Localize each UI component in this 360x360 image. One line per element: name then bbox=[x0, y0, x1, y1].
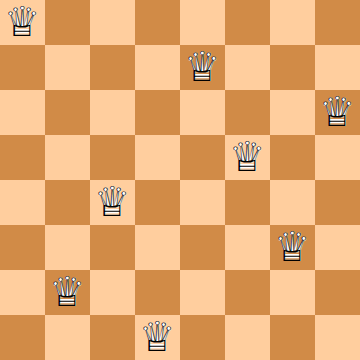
square-h7[interactable] bbox=[315, 45, 360, 90]
square-a1[interactable] bbox=[0, 315, 45, 360]
square-f2[interactable] bbox=[225, 270, 270, 315]
white-queen-outline-glyph: ♕ bbox=[135, 315, 180, 360]
square-d4[interactable] bbox=[135, 180, 180, 225]
square-c1[interactable] bbox=[90, 315, 135, 360]
square-g1[interactable] bbox=[270, 315, 315, 360]
square-h1[interactable] bbox=[315, 315, 360, 360]
square-b3[interactable] bbox=[45, 225, 90, 270]
square-g4[interactable] bbox=[270, 180, 315, 225]
square-b7[interactable] bbox=[45, 45, 90, 90]
square-e4[interactable] bbox=[180, 180, 225, 225]
white-queen-outline-glyph: ♕ bbox=[225, 135, 270, 180]
white-queen-outline-glyph: ♕ bbox=[90, 180, 135, 225]
square-c8[interactable] bbox=[90, 0, 135, 45]
white-queen[interactable]: ♛♕ bbox=[45, 270, 90, 315]
square-d5[interactable] bbox=[135, 135, 180, 180]
white-queen[interactable]: ♛♕ bbox=[180, 45, 225, 90]
square-g8[interactable] bbox=[270, 0, 315, 45]
square-g7[interactable] bbox=[270, 45, 315, 90]
square-f8[interactable] bbox=[225, 0, 270, 45]
square-e5[interactable] bbox=[180, 135, 225, 180]
square-b8[interactable] bbox=[45, 0, 90, 45]
square-h5[interactable] bbox=[315, 135, 360, 180]
square-h3[interactable] bbox=[315, 225, 360, 270]
square-c7[interactable] bbox=[90, 45, 135, 90]
square-b5[interactable] bbox=[45, 135, 90, 180]
square-g6[interactable] bbox=[270, 90, 315, 135]
square-e3[interactable] bbox=[180, 225, 225, 270]
square-d3[interactable] bbox=[135, 225, 180, 270]
square-b2[interactable]: ♛♕ bbox=[45, 270, 90, 315]
chess-board: ♛♕♛♕♛♕♛♕♛♕♛♕♛♕♛♕ bbox=[0, 0, 360, 360]
white-queen[interactable]: ♛♕ bbox=[0, 0, 45, 45]
white-queen-outline-glyph: ♕ bbox=[270, 225, 315, 270]
white-queen-outline-glyph: ♕ bbox=[0, 0, 45, 45]
square-e2[interactable] bbox=[180, 270, 225, 315]
square-h8[interactable] bbox=[315, 0, 360, 45]
white-queen-outline-glyph: ♕ bbox=[315, 90, 360, 135]
square-f4[interactable] bbox=[225, 180, 270, 225]
square-g2[interactable] bbox=[270, 270, 315, 315]
square-f5[interactable]: ♛♕ bbox=[225, 135, 270, 180]
square-d8[interactable] bbox=[135, 0, 180, 45]
square-d2[interactable] bbox=[135, 270, 180, 315]
white-queen[interactable]: ♛♕ bbox=[315, 90, 360, 135]
square-h6[interactable]: ♛♕ bbox=[315, 90, 360, 135]
square-a5[interactable] bbox=[0, 135, 45, 180]
square-a3[interactable] bbox=[0, 225, 45, 270]
white-queen[interactable]: ♛♕ bbox=[135, 315, 180, 360]
square-a4[interactable] bbox=[0, 180, 45, 225]
square-c6[interactable] bbox=[90, 90, 135, 135]
square-c2[interactable] bbox=[90, 270, 135, 315]
square-a7[interactable] bbox=[0, 45, 45, 90]
square-g3[interactable]: ♛♕ bbox=[270, 225, 315, 270]
square-d6[interactable] bbox=[135, 90, 180, 135]
square-e1[interactable] bbox=[180, 315, 225, 360]
white-queen-outline-glyph: ♕ bbox=[45, 270, 90, 315]
square-c5[interactable] bbox=[90, 135, 135, 180]
square-b6[interactable] bbox=[45, 90, 90, 135]
white-queen[interactable]: ♛♕ bbox=[270, 225, 315, 270]
square-g5[interactable] bbox=[270, 135, 315, 180]
square-f7[interactable] bbox=[225, 45, 270, 90]
square-f1[interactable] bbox=[225, 315, 270, 360]
white-queen-outline-glyph: ♕ bbox=[180, 45, 225, 90]
square-f3[interactable] bbox=[225, 225, 270, 270]
square-d1[interactable]: ♛♕ bbox=[135, 315, 180, 360]
square-c4[interactable]: ♛♕ bbox=[90, 180, 135, 225]
square-c3[interactable] bbox=[90, 225, 135, 270]
white-queen[interactable]: ♛♕ bbox=[225, 135, 270, 180]
square-a8[interactable]: ♛♕ bbox=[0, 0, 45, 45]
square-a2[interactable] bbox=[0, 270, 45, 315]
square-e7[interactable]: ♛♕ bbox=[180, 45, 225, 90]
square-d7[interactable] bbox=[135, 45, 180, 90]
square-b1[interactable] bbox=[45, 315, 90, 360]
square-e8[interactable] bbox=[180, 0, 225, 45]
square-h4[interactable] bbox=[315, 180, 360, 225]
square-f6[interactable] bbox=[225, 90, 270, 135]
square-e6[interactable] bbox=[180, 90, 225, 135]
square-h2[interactable] bbox=[315, 270, 360, 315]
square-a6[interactable] bbox=[0, 90, 45, 135]
square-b4[interactable] bbox=[45, 180, 90, 225]
white-queen[interactable]: ♛♕ bbox=[90, 180, 135, 225]
